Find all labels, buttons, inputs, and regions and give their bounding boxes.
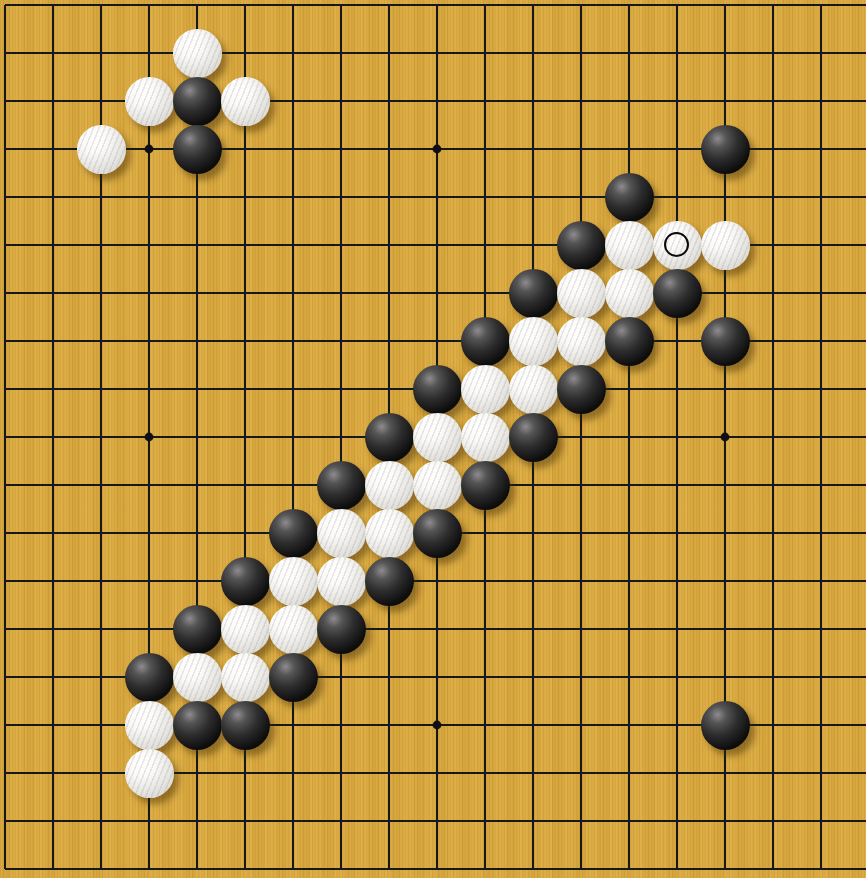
black-stone (173, 125, 222, 174)
black-stone (317, 605, 366, 654)
black-stone (701, 317, 750, 366)
white-stone (461, 413, 510, 462)
white-stone (413, 461, 462, 510)
black-stone (605, 317, 654, 366)
white-stone (125, 749, 174, 798)
black-stone (269, 509, 318, 558)
white-stone (77, 125, 126, 174)
black-stone (461, 461, 510, 510)
white-stone (173, 29, 222, 78)
white-stone (509, 365, 558, 414)
star-point (433, 145, 442, 154)
black-stone (557, 221, 606, 270)
black-stone (509, 413, 558, 462)
black-stone (365, 413, 414, 462)
black-stone (605, 173, 654, 222)
white-stone (317, 509, 366, 558)
star-point (145, 433, 154, 442)
white-stone (557, 269, 606, 318)
white-stone (509, 317, 558, 366)
black-stone (509, 269, 558, 318)
white-stone (317, 557, 366, 606)
white-stone (221, 77, 270, 126)
black-stone (173, 77, 222, 126)
white-stone (221, 605, 270, 654)
white-stone (365, 509, 414, 558)
white-stone (221, 653, 270, 702)
go-board[interactable] (0, 0, 866, 878)
white-stone (173, 653, 222, 702)
black-stone (701, 125, 750, 174)
black-stone (173, 701, 222, 750)
black-stone (221, 557, 270, 606)
white-stone (701, 221, 750, 270)
white-stone (605, 269, 654, 318)
black-stone (173, 605, 222, 654)
black-stone (365, 557, 414, 606)
black-stone (653, 269, 702, 318)
white-stone (653, 221, 702, 270)
black-stone (125, 653, 174, 702)
star-point (433, 721, 442, 730)
white-stone (413, 413, 462, 462)
white-stone (365, 461, 414, 510)
last-move-marker (664, 232, 689, 257)
white-stone (125, 77, 174, 126)
black-stone (317, 461, 366, 510)
black-stone (413, 365, 462, 414)
white-stone (269, 605, 318, 654)
white-stone (461, 365, 510, 414)
star-point (145, 145, 154, 154)
star-point (721, 433, 730, 442)
white-stone (605, 221, 654, 270)
black-stone (701, 701, 750, 750)
black-stone (413, 509, 462, 558)
white-stone (269, 557, 318, 606)
white-stone (125, 701, 174, 750)
black-stone (557, 365, 606, 414)
black-stone (269, 653, 318, 702)
white-stone (557, 317, 606, 366)
black-stone (461, 317, 510, 366)
black-stone (221, 701, 270, 750)
